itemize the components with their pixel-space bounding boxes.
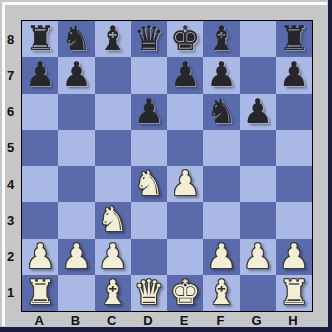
square-e6[interactable] [167, 94, 203, 130]
square-h1[interactable]: ♜ [276, 275, 312, 311]
piece-white-pawn[interactable]: ♟ [61, 239, 91, 273]
rank-label-6: 6 [0, 94, 21, 130]
square-c5[interactable] [95, 130, 131, 166]
square-b4[interactable] [58, 166, 94, 202]
square-c4[interactable] [95, 166, 131, 202]
chessboard-panel: 87654321 ♜♞♝♛♚♝♜♟♟♟♟♟♟♞♟♞♟♞♟♟♟♟♟♟♜♝♛♚♝♜ … [0, 0, 332, 332]
rank-label-3: 3 [0, 202, 21, 238]
square-e7[interactable]: ♟ [167, 57, 203, 93]
square-h3[interactable] [276, 202, 312, 238]
piece-white-pawn[interactable]: ♟ [25, 239, 55, 273]
square-d2[interactable] [131, 239, 167, 275]
square-e4[interactable]: ♟ [167, 166, 203, 202]
rank-label-5: 5 [0, 130, 21, 166]
square-g7[interactable] [240, 57, 276, 93]
square-h4[interactable] [276, 166, 312, 202]
square-c1[interactable]: ♝ [95, 275, 131, 311]
square-a3[interactable] [22, 202, 58, 238]
piece-white-pawn[interactable]: ♟ [206, 239, 236, 273]
piece-white-pawn[interactable]: ♟ [170, 166, 200, 200]
square-e2[interactable] [167, 239, 203, 275]
file-label-f: F [202, 312, 238, 329]
square-a5[interactable] [22, 130, 58, 166]
square-f4[interactable] [203, 166, 239, 202]
rank-labels: 87654321 [0, 21, 21, 311]
piece-black-pawn[interactable]: ♟ [206, 57, 236, 91]
piece-black-knight[interactable]: ♞ [206, 94, 236, 128]
square-h2[interactable]: ♟ [276, 239, 312, 275]
file-label-b: B [57, 312, 93, 329]
piece-black-pawn[interactable]: ♟ [170, 57, 200, 91]
square-d6[interactable]: ♟ [131, 94, 167, 130]
piece-white-rook[interactable]: ♜ [25, 275, 55, 309]
piece-black-rook[interactable]: ♜ [279, 21, 309, 55]
square-g6[interactable]: ♟ [240, 94, 276, 130]
square-a7[interactable]: ♟ [22, 57, 58, 93]
square-e5[interactable] [167, 130, 203, 166]
piece-black-bishop[interactable]: ♝ [206, 21, 236, 55]
square-b2[interactable]: ♟ [58, 239, 94, 275]
square-c8[interactable]: ♝ [95, 21, 131, 57]
file-labels: ABCDEFGH [21, 312, 311, 329]
square-f6[interactable]: ♞ [203, 94, 239, 130]
square-g8[interactable] [240, 21, 276, 57]
square-c3[interactable]: ♞ [95, 202, 131, 238]
square-d4[interactable]: ♞ [131, 166, 167, 202]
square-b3[interactable] [58, 202, 94, 238]
piece-white-rook[interactable]: ♜ [279, 275, 309, 309]
square-f2[interactable]: ♟ [203, 239, 239, 275]
rank-label-1: 1 [0, 275, 21, 311]
square-b5[interactable] [58, 130, 94, 166]
square-f8[interactable]: ♝ [203, 21, 239, 57]
square-b7[interactable]: ♟ [58, 57, 94, 93]
piece-black-rook[interactable]: ♜ [25, 21, 55, 55]
square-f7[interactable]: ♟ [203, 57, 239, 93]
square-a8[interactable]: ♜ [22, 21, 58, 57]
square-d1[interactable]: ♛ [131, 275, 167, 311]
piece-white-knight[interactable]: ♞ [97, 202, 127, 236]
piece-black-bishop[interactable]: ♝ [97, 21, 127, 55]
square-c2[interactable]: ♟ [95, 239, 131, 275]
rank-label-4: 4 [0, 166, 21, 202]
piece-black-pawn[interactable]: ♟ [242, 94, 272, 128]
file-label-g: G [239, 312, 275, 329]
piece-black-pawn[interactable]: ♟ [25, 57, 55, 91]
file-label-a: A [21, 312, 57, 329]
piece-white-pawn[interactable]: ♟ [97, 239, 127, 273]
file-label-c: C [94, 312, 130, 329]
square-a1[interactable]: ♜ [22, 275, 58, 311]
square-g5[interactable] [240, 130, 276, 166]
square-b1[interactable] [58, 275, 94, 311]
piece-black-queen[interactable]: ♛ [134, 21, 164, 55]
piece-black-knight[interactable]: ♞ [61, 21, 91, 55]
piece-black-pawn[interactable]: ♟ [279, 57, 309, 91]
square-d7[interactable] [131, 57, 167, 93]
square-e1[interactable]: ♚ [167, 275, 203, 311]
rank-label-7: 7 [0, 57, 21, 93]
chess-board: ♜♞♝♛♚♝♜♟♟♟♟♟♟♞♟♞♟♞♟♟♟♟♟♟♜♝♛♚♝♜ [21, 20, 313, 312]
file-label-h: H [275, 312, 311, 329]
piece-white-king[interactable]: ♚ [170, 275, 200, 309]
square-e3[interactable] [167, 202, 203, 238]
piece-white-bishop[interactable]: ♝ [206, 275, 236, 309]
square-a6[interactable] [22, 94, 58, 130]
square-h8[interactable]: ♜ [276, 21, 312, 57]
square-h7[interactable]: ♟ [276, 57, 312, 93]
piece-black-pawn[interactable]: ♟ [61, 57, 91, 91]
square-a4[interactable] [22, 166, 58, 202]
square-c6[interactable] [95, 94, 131, 130]
square-d8[interactable]: ♛ [131, 21, 167, 57]
square-h6[interactable] [276, 94, 312, 130]
piece-white-queen[interactable]: ♛ [134, 275, 164, 309]
square-g3[interactable] [240, 202, 276, 238]
square-e8[interactable]: ♚ [167, 21, 203, 57]
piece-white-knight[interactable]: ♞ [134, 166, 164, 200]
piece-black-king[interactable]: ♚ [170, 21, 200, 55]
square-a2[interactable]: ♟ [22, 239, 58, 275]
square-d3[interactable] [131, 202, 167, 238]
piece-white-pawn[interactable]: ♟ [279, 239, 309, 273]
piece-white-pawn[interactable]: ♟ [242, 239, 272, 273]
piece-white-bishop[interactable]: ♝ [97, 275, 127, 309]
rank-label-8: 8 [0, 21, 21, 57]
rank-label-2: 2 [0, 239, 21, 275]
square-d5[interactable] [131, 130, 167, 166]
square-c7[interactable] [95, 57, 131, 93]
square-g2[interactable]: ♟ [240, 239, 276, 275]
square-f5[interactable] [203, 130, 239, 166]
square-b8[interactable]: ♞ [58, 21, 94, 57]
square-h5[interactable] [276, 130, 312, 166]
file-label-d: D [130, 312, 166, 329]
file-label-e: E [166, 312, 202, 329]
square-b6[interactable] [58, 94, 94, 130]
square-f3[interactable] [203, 202, 239, 238]
square-f1[interactable]: ♝ [203, 275, 239, 311]
square-g4[interactable] [240, 166, 276, 202]
square-g1[interactable] [240, 275, 276, 311]
piece-black-pawn[interactable]: ♟ [134, 94, 164, 128]
